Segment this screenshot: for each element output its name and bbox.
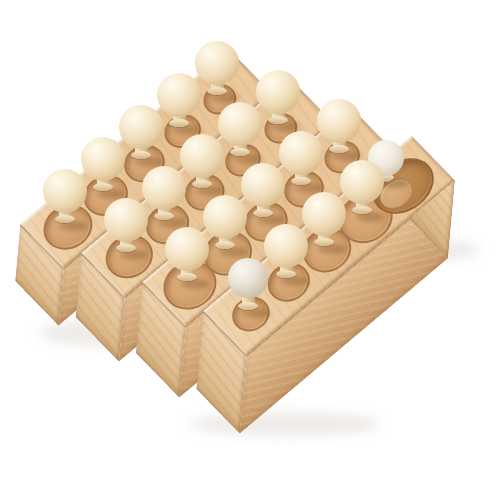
cylinder-blocks-board — [0, 0, 500, 500]
knob-ball-cream — [340, 160, 384, 204]
knob-flange — [314, 238, 334, 246]
knob-flange — [352, 206, 372, 214]
product-photo-stage — [0, 0, 500, 500]
knob-flange — [238, 302, 258, 310]
knob-ball-cream — [264, 224, 308, 268]
knob-ball-cream — [302, 192, 346, 236]
knob-flange — [276, 270, 296, 278]
cylinder-block-4 — [0, 0, 500, 500]
knob-ball-grey — [228, 258, 268, 298]
